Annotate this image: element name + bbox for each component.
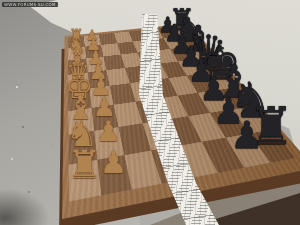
white-rook-h1[interactable]: ♜	[67, 145, 102, 184]
photo-scene: ♜♞♝♛♚♝♞♜♟♟♟♟♟♟♟♟♟♟♟♟♟♟♟♟♜♞♝♛♚♝♞♜ WWW.FOR…	[0, 0, 300, 225]
white-pawn-h2[interactable]: ♟	[100, 147, 127, 178]
black-pawn-h7[interactable]: ♟	[230, 117, 264, 155]
watermark: WWW.FORUMS-SU.COM	[2, 2, 58, 7]
